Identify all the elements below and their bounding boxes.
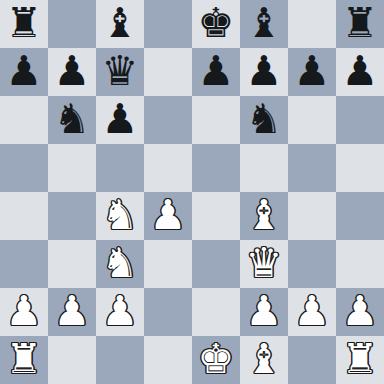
square-b2[interactable]: ♟ xyxy=(48,288,96,336)
square-e2[interactable] xyxy=(192,288,240,336)
piece-white-bishop[interactable]: ♝ xyxy=(246,191,283,239)
square-f3[interactable]: ♛ xyxy=(240,240,288,288)
square-e4[interactable] xyxy=(192,192,240,240)
piece-black-rook[interactable]: ♜ xyxy=(342,0,379,47)
square-f4[interactable]: ♝ xyxy=(240,192,288,240)
square-d4[interactable]: ♟ xyxy=(144,192,192,240)
square-e5[interactable] xyxy=(192,144,240,192)
square-d6[interactable] xyxy=(144,96,192,144)
square-h2[interactable]: ♟ xyxy=(336,288,384,336)
square-h3[interactable] xyxy=(336,240,384,288)
piece-black-pawn[interactable]: ♟ xyxy=(294,47,331,95)
square-e3[interactable] xyxy=(192,240,240,288)
piece-black-pawn[interactable]: ♟ xyxy=(246,47,283,95)
piece-white-pawn[interactable]: ♟ xyxy=(342,287,379,335)
piece-black-pawn[interactable]: ♟ xyxy=(6,47,43,95)
piece-white-rook[interactable]: ♜ xyxy=(342,335,379,383)
square-c4[interactable]: ♞ xyxy=(96,192,144,240)
piece-white-knight[interactable]: ♞ xyxy=(102,191,139,239)
piece-black-pawn[interactable]: ♟ xyxy=(102,95,139,143)
square-h7[interactable]: ♟ xyxy=(336,48,384,96)
square-a7[interactable]: ♟ xyxy=(0,48,48,96)
square-e6[interactable] xyxy=(192,96,240,144)
square-a3[interactable] xyxy=(0,240,48,288)
square-g1[interactable] xyxy=(288,336,336,384)
square-a5[interactable] xyxy=(0,144,48,192)
square-c5[interactable] xyxy=(96,144,144,192)
piece-white-bishop[interactable]: ♝ xyxy=(246,335,283,383)
piece-black-pawn[interactable]: ♟ xyxy=(342,47,379,95)
square-a8[interactable]: ♜ xyxy=(0,0,48,48)
piece-white-pawn[interactable]: ♟ xyxy=(294,287,331,335)
square-c6[interactable]: ♟ xyxy=(96,96,144,144)
square-c8[interactable]: ♝ xyxy=(96,0,144,48)
piece-white-pawn[interactable]: ♟ xyxy=(246,287,283,335)
piece-black-king[interactable]: ♚ xyxy=(198,0,235,47)
piece-white-knight[interactable]: ♞ xyxy=(102,239,139,287)
square-b1[interactable] xyxy=(48,336,96,384)
square-b5[interactable] xyxy=(48,144,96,192)
piece-white-rook[interactable]: ♜ xyxy=(6,335,43,383)
square-a4[interactable] xyxy=(0,192,48,240)
square-b3[interactable] xyxy=(48,240,96,288)
square-d3[interactable] xyxy=(144,240,192,288)
square-c7[interactable]: ♛ xyxy=(96,48,144,96)
piece-black-knight[interactable]: ♞ xyxy=(54,95,91,143)
square-b6[interactable]: ♞ xyxy=(48,96,96,144)
square-f5[interactable] xyxy=(240,144,288,192)
square-f6[interactable]: ♞ xyxy=(240,96,288,144)
square-d5[interactable] xyxy=(144,144,192,192)
square-g6[interactable] xyxy=(288,96,336,144)
square-a6[interactable] xyxy=(0,96,48,144)
square-f7[interactable]: ♟ xyxy=(240,48,288,96)
square-d7[interactable] xyxy=(144,48,192,96)
square-g4[interactable] xyxy=(288,192,336,240)
square-a1[interactable]: ♜ xyxy=(0,336,48,384)
square-c1[interactable] xyxy=(96,336,144,384)
square-h1[interactable]: ♜ xyxy=(336,336,384,384)
square-c3[interactable]: ♞ xyxy=(96,240,144,288)
square-b4[interactable] xyxy=(48,192,96,240)
square-g3[interactable] xyxy=(288,240,336,288)
square-e8[interactable]: ♚ xyxy=(192,0,240,48)
piece-black-pawn[interactable]: ♟ xyxy=(54,47,91,95)
piece-white-pawn[interactable]: ♟ xyxy=(54,287,91,335)
square-g8[interactable] xyxy=(288,0,336,48)
square-a2[interactable]: ♟ xyxy=(0,288,48,336)
square-e1[interactable]: ♚ xyxy=(192,336,240,384)
square-h5[interactable] xyxy=(336,144,384,192)
square-f8[interactable]: ♝ xyxy=(240,0,288,48)
piece-black-pawn[interactable]: ♟ xyxy=(198,47,235,95)
piece-white-pawn[interactable]: ♟ xyxy=(6,287,43,335)
piece-white-king[interactable]: ♚ xyxy=(198,335,235,383)
square-d2[interactable] xyxy=(144,288,192,336)
square-h8[interactable]: ♜ xyxy=(336,0,384,48)
piece-black-queen[interactable]: ♛ xyxy=(102,47,139,95)
square-g5[interactable] xyxy=(288,144,336,192)
square-g2[interactable]: ♟ xyxy=(288,288,336,336)
square-b7[interactable]: ♟ xyxy=(48,48,96,96)
square-g7[interactable]: ♟ xyxy=(288,48,336,96)
square-f2[interactable]: ♟ xyxy=(240,288,288,336)
square-d8[interactable] xyxy=(144,0,192,48)
square-e7[interactable]: ♟ xyxy=(192,48,240,96)
chess-board: ♜♝♚♝♜♟♟♛♟♟♟♟♞♟♞♞♟♝♞♛♟♟♟♟♟♟♜♚♝♜ xyxy=(0,0,384,384)
square-h4[interactable] xyxy=(336,192,384,240)
piece-white-pawn[interactable]: ♟ xyxy=(102,287,139,335)
piece-black-bishop[interactable]: ♝ xyxy=(102,0,139,47)
piece-white-queen[interactable]: ♛ xyxy=(246,239,283,287)
piece-black-rook[interactable]: ♜ xyxy=(6,0,43,47)
square-d1[interactable] xyxy=(144,336,192,384)
piece-white-pawn[interactable]: ♟ xyxy=(150,191,187,239)
square-f1[interactable]: ♝ xyxy=(240,336,288,384)
square-h6[interactable] xyxy=(336,96,384,144)
square-b8[interactable] xyxy=(48,0,96,48)
piece-black-knight[interactable]: ♞ xyxy=(246,95,283,143)
piece-black-bishop[interactable]: ♝ xyxy=(246,0,283,47)
square-c2[interactable]: ♟ xyxy=(96,288,144,336)
